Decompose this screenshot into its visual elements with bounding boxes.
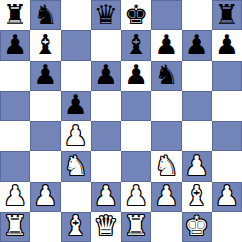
square-d1[interactable]: ♛ [91,212,121,242]
square-h3[interactable] [212,151,242,181]
square-b3[interactable] [30,151,60,181]
square-c5[interactable]: ♟ [61,91,91,121]
black-bishop-piece[interactable]: ♝ [124,31,148,58]
black-rook-piece[interactable]: ♜ [215,1,239,28]
square-f6[interactable]: ♞ [151,61,181,91]
square-c4[interactable]: ♟ [61,121,91,151]
white-king-piece[interactable]: ♚ [185,212,209,239]
black-knight-piece[interactable]: ♞ [154,61,178,88]
square-c6[interactable] [61,61,91,91]
square-h6[interactable] [212,61,242,91]
square-h8[interactable]: ♜ [212,0,242,30]
black-pawn-piece[interactable]: ♟ [154,31,178,58]
square-f4[interactable] [151,121,181,151]
square-g6[interactable] [182,61,212,91]
square-g5[interactable] [182,91,212,121]
square-b6[interactable]: ♟ [30,61,60,91]
square-a1[interactable]: ♜ [0,212,30,242]
square-e8[interactable]: ♚ [121,0,151,30]
square-d4[interactable] [91,121,121,151]
black-king-piece[interactable]: ♚ [124,1,148,28]
square-f1[interactable] [151,212,181,242]
square-d2[interactable]: ♟ [91,182,121,212]
square-g2[interactable]: ♝ [182,182,212,212]
white-pawn-piece[interactable]: ♟ [94,182,118,209]
white-knight-piece[interactable]: ♞ [154,152,178,179]
square-h7[interactable]: ♟ [212,30,242,60]
square-g1[interactable]: ♚ [182,212,212,242]
white-pawn-piece[interactable]: ♟ [3,182,27,209]
square-c7[interactable] [61,30,91,60]
black-pawn-piece[interactable]: ♟ [3,31,27,58]
black-pawn-piece[interactable]: ♟ [185,31,209,58]
white-pawn-piece[interactable]: ♟ [215,182,239,209]
square-c2[interactable] [61,182,91,212]
white-pawn-piece[interactable]: ♟ [185,152,209,179]
chess-board: ♜♞♛♚♜♟♝♝♟♟♟♟♟♟♞♟♟♞♞♟♟♟♟♟♟♝♟♜♝♛♜♚ [0,0,242,242]
square-h5[interactable] [212,91,242,121]
black-pawn-piece[interactable]: ♟ [124,61,148,88]
black-pawn-piece[interactable]: ♟ [64,91,88,118]
white-pawn-piece[interactable]: ♟ [124,182,148,209]
white-pawn-piece[interactable]: ♟ [64,122,88,149]
white-knight-piece[interactable]: ♞ [64,152,88,179]
square-e6[interactable]: ♟ [121,61,151,91]
square-d5[interactable] [91,91,121,121]
white-bishop-piece[interactable]: ♝ [64,212,88,239]
square-b5[interactable] [30,91,60,121]
black-pawn-piece[interactable]: ♟ [33,61,57,88]
square-b4[interactable] [30,121,60,151]
square-e7[interactable]: ♝ [121,30,151,60]
black-rook-piece[interactable]: ♜ [3,1,27,28]
square-g3[interactable]: ♟ [182,151,212,181]
square-g8[interactable] [182,0,212,30]
black-pawn-piece[interactable]: ♟ [215,31,239,58]
square-c1[interactable]: ♝ [61,212,91,242]
square-a7[interactable]: ♟ [0,30,30,60]
black-bishop-piece[interactable]: ♝ [33,31,57,58]
white-queen-piece[interactable]: ♛ [94,212,118,239]
square-h2[interactable]: ♟ [212,182,242,212]
square-f7[interactable]: ♟ [151,30,181,60]
square-e5[interactable] [121,91,151,121]
square-b8[interactable]: ♞ [30,0,60,30]
white-pawn-piece[interactable]: ♟ [154,182,178,209]
square-e2[interactable]: ♟ [121,182,151,212]
square-c8[interactable] [61,0,91,30]
white-rook-piece[interactable]: ♜ [3,212,27,239]
square-f3[interactable]: ♞ [151,151,181,181]
square-h1[interactable] [212,212,242,242]
square-d3[interactable] [91,151,121,181]
square-a3[interactable] [0,151,30,181]
black-pawn-piece[interactable]: ♟ [94,61,118,88]
square-g4[interactable] [182,121,212,151]
square-f5[interactable] [151,91,181,121]
square-a4[interactable] [0,121,30,151]
square-b2[interactable]: ♟ [30,182,60,212]
square-c3[interactable]: ♞ [61,151,91,181]
square-h4[interactable] [212,121,242,151]
square-d6[interactable]: ♟ [91,61,121,91]
black-queen-piece[interactable]: ♛ [94,1,118,28]
square-d8[interactable]: ♛ [91,0,121,30]
square-e4[interactable] [121,121,151,151]
square-f8[interactable] [151,0,181,30]
square-d7[interactable] [91,30,121,60]
black-knight-piece[interactable]: ♞ [33,1,57,28]
square-b7[interactable]: ♝ [30,30,60,60]
white-pawn-piece[interactable]: ♟ [33,182,57,209]
square-b1[interactable] [30,212,60,242]
square-a2[interactable]: ♟ [0,182,30,212]
square-a6[interactable] [0,61,30,91]
square-a5[interactable] [0,91,30,121]
square-e1[interactable]: ♜ [121,212,151,242]
square-e3[interactable] [121,151,151,181]
white-bishop-piece[interactable]: ♝ [185,182,209,209]
white-rook-piece[interactable]: ♜ [124,212,148,239]
square-g7[interactable]: ♟ [182,30,212,60]
square-f2[interactable]: ♟ [151,182,181,212]
square-a8[interactable]: ♜ [0,0,30,30]
